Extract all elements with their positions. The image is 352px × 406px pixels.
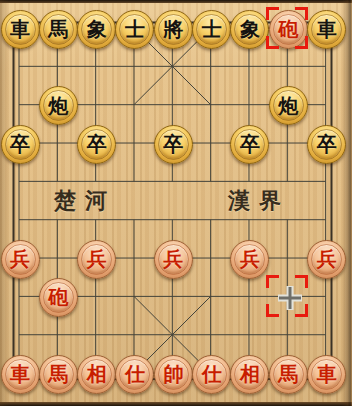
river-label-chu-he: 楚河	[54, 186, 116, 216]
piece-red-horse[interactable]: 馬	[39, 355, 78, 394]
piece-black-advisor[interactable]: 士	[192, 10, 231, 49]
piece-red-horse[interactable]: 馬	[269, 355, 308, 394]
board-grid-lines	[0, 0, 352, 406]
piece-black-chariot[interactable]: 車	[307, 10, 346, 49]
piece-black-soldier[interactable]: 卒	[307, 125, 346, 164]
piece-black-cannon[interactable]: 炮	[269, 86, 308, 125]
piece-black-advisor[interactable]: 士	[115, 10, 154, 49]
piece-black-elephant[interactable]: 象	[230, 10, 269, 49]
piece-red-cannon[interactable]: 砲	[269, 10, 308, 49]
piece-red-elephant[interactable]: 相	[230, 355, 269, 394]
piece-black-elephant[interactable]: 象	[77, 10, 116, 49]
piece-red-cannon[interactable]: 砲	[39, 278, 78, 317]
piece-black-soldier[interactable]: 卒	[77, 125, 116, 164]
piece-black-general[interactable]: 將	[154, 10, 193, 49]
piece-red-chariot[interactable]: 車	[1, 355, 40, 394]
piece-red-soldier[interactable]: 兵	[230, 240, 269, 279]
piece-black-soldier[interactable]: 卒	[154, 125, 193, 164]
piece-red-soldier[interactable]: 兵	[1, 240, 40, 279]
piece-red-advisor[interactable]: 仕	[192, 355, 231, 394]
piece-black-soldier[interactable]: 卒	[230, 125, 269, 164]
piece-black-cannon[interactable]: 炮	[39, 86, 78, 125]
piece-red-elephant[interactable]: 相	[77, 355, 116, 394]
river-label-han-jie: 漢界	[228, 186, 290, 216]
piece-red-soldier[interactable]: 兵	[154, 240, 193, 279]
piece-red-soldier[interactable]: 兵	[307, 240, 346, 279]
piece-red-general[interactable]: 帥	[154, 355, 193, 394]
piece-red-soldier[interactable]: 兵	[77, 240, 116, 279]
piece-black-chariot[interactable]: 車	[1, 10, 40, 49]
xiangqi-board[interactable]: 楚河 漢界 車馬象士將士象砲車炮炮卒卒卒卒卒兵兵兵兵兵砲車馬相仕帥仕相馬車	[0, 0, 352, 406]
piece-red-chariot[interactable]: 車	[307, 355, 346, 394]
piece-red-advisor[interactable]: 仕	[115, 355, 154, 394]
piece-black-soldier[interactable]: 卒	[1, 125, 40, 164]
piece-black-horse[interactable]: 馬	[39, 10, 78, 49]
